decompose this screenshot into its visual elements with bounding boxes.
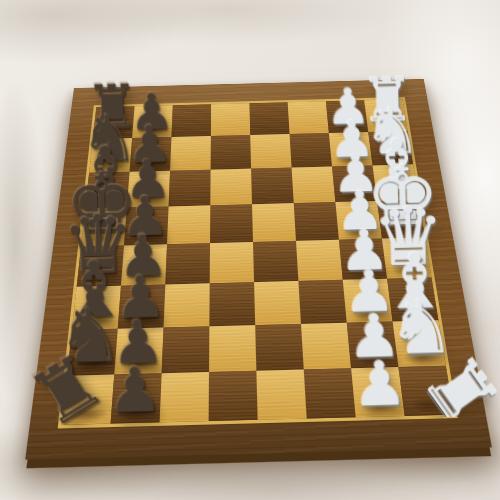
square-f5[interactable]	[210, 169, 252, 206]
square-b5[interactable]	[209, 325, 256, 372]
square-g6[interactable]	[170, 136, 211, 171]
square-a3[interactable]	[304, 368, 356, 418]
square-e6[interactable]	[167, 205, 210, 244]
square-a4[interactable]	[256, 370, 306, 420]
square-d4[interactable]	[253, 241, 298, 282]
square-a5[interactable]	[209, 371, 258, 421]
square-a2[interactable]: ♟	[351, 367, 405, 417]
square-e5[interactable]	[210, 204, 253, 243]
board-frame: ♜♟♟♜♞♟♟♞♝♟♟♝♚♟♟♚♛♟♟♛♝♟♟♝♞♟♟♞♜♟♟♜	[25, 79, 492, 460]
square-g4[interactable]	[250, 134, 291, 169]
square-f3[interactable]	[292, 166, 336, 203]
board-squares: ♜♟♟♜♞♟♟♞♝♟♟♝♚♟♟♚♛♟♟♛♝♟♟♝♞♟♟♞♜♟♟♜	[58, 97, 458, 428]
square-d6[interactable]	[165, 243, 210, 284]
square-a7[interactable]: ♟	[111, 373, 162, 423]
square-f4[interactable]	[251, 168, 294, 205]
square-c6[interactable]	[164, 283, 210, 327]
square-b6[interactable]	[162, 326, 210, 373]
square-h5[interactable]	[211, 103, 250, 136]
white-pawn-a2[interactable]: ♟	[351, 353, 408, 416]
square-e3[interactable]	[294, 202, 339, 241]
square-h6[interactable]	[171, 104, 211, 137]
square-a6[interactable]	[160, 372, 209, 422]
square-h4[interactable]	[249, 102, 289, 135]
square-g3[interactable]	[290, 133, 333, 168]
square-c4[interactable]	[254, 281, 301, 325]
square-f6[interactable]	[169, 170, 211, 207]
black-pawn-a7[interactable]: ♟	[106, 360, 163, 423]
chessboard: ♜♟♟♜♞♟♟♞♝♟♟♝♚♟♟♚♛♟♟♛♝♟♟♝♞♟♟♞♜♟♟♜	[25, 79, 492, 460]
square-d5[interactable]	[210, 242, 254, 283]
square-b4[interactable]	[255, 324, 304, 371]
square-c3[interactable]	[298, 280, 346, 324]
photo-of-chess-set: ♜♟♟♜♞♟♟♞♝♟♟♝♚♟♟♚♛♟♟♛♝♟♟♝♞♟♟♞♜♟♟♜	[0, 0, 500, 500]
square-d3[interactable]	[296, 240, 343, 281]
square-b3[interactable]	[301, 323, 351, 370]
square-c5[interactable]	[209, 282, 255, 326]
square-e4[interactable]	[252, 203, 296, 242]
square-h3[interactable]	[288, 101, 329, 134]
square-g5[interactable]	[211, 135, 251, 170]
